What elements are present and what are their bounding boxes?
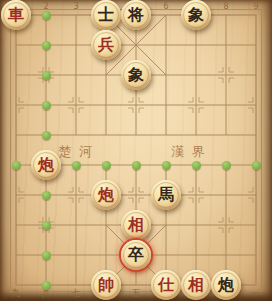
piece-red-advisor[interactable]: 仕: [151, 270, 181, 300]
move-hint-dot[interactable]: [42, 281, 51, 290]
piece-black-general[interactable]: 将: [121, 0, 151, 30]
move-hint-dot[interactable]: [42, 251, 51, 260]
piece-black-advisor[interactable]: 士: [91, 0, 121, 30]
piece-black-soldier[interactable]: 卒: [121, 240, 151, 270]
piece-red-general[interactable]: 帥: [91, 270, 121, 300]
move-hint-dot[interactable]: [42, 71, 51, 80]
piece-black-elephant[interactable]: 象: [121, 60, 151, 90]
river-label-left: 楚河: [58, 144, 100, 159]
move-hint-dot[interactable]: [12, 161, 21, 170]
piece-black-cannon[interactable]: 炮: [211, 270, 241, 300]
move-hint-dot[interactable]: [252, 161, 261, 170]
move-hint-dot[interactable]: [42, 101, 51, 110]
piece-red-soldier[interactable]: 兵: [91, 30, 121, 60]
move-hint-dot[interactable]: [102, 161, 111, 170]
xiangqi-board[interactable]: 楚河 漢界 123456789 九八七六五四三二一 車士将象兵象炮炮馬相卒帥仕相…: [0, 0, 272, 301]
piece-red-elephant[interactable]: 相: [121, 210, 151, 240]
piece-red-cannon[interactable]: 炮: [31, 150, 61, 180]
move-hint-dot[interactable]: [42, 191, 51, 200]
move-hint-dot[interactable]: [222, 161, 231, 170]
piece-red-chariot[interactable]: 車: [1, 0, 31, 30]
move-hint-dot[interactable]: [162, 161, 171, 170]
piece-black-horse[interactable]: 馬: [151, 180, 181, 210]
move-hint-dot[interactable]: [42, 11, 51, 20]
river-label-right: 漢界: [171, 144, 213, 159]
piece-red-cannon[interactable]: 炮: [91, 180, 121, 210]
move-hint-dot[interactable]: [192, 161, 201, 170]
piece-black-elephant[interactable]: 象: [181, 0, 211, 30]
move-hint-dot[interactable]: [42, 221, 51, 230]
move-hint-dot[interactable]: [132, 161, 141, 170]
move-hint-dot[interactable]: [42, 131, 51, 140]
piece-red-elephant[interactable]: 相: [181, 270, 211, 300]
move-hint-dot[interactable]: [42, 41, 51, 50]
move-hint-dot[interactable]: [72, 161, 81, 170]
